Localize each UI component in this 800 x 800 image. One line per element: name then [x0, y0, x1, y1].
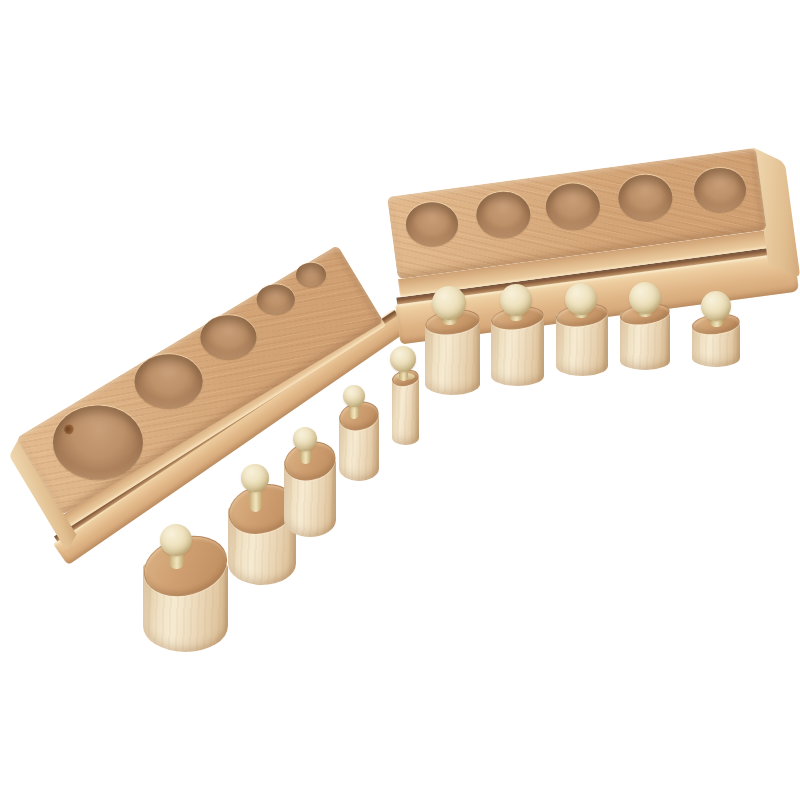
cylinder-socket-hole-1 [53, 405, 143, 479]
knob-ball [500, 284, 532, 316]
cylinder-socket-hole-3 [200, 315, 256, 359]
cylinder-socket-hole-5 [296, 263, 326, 287]
knob-ball [160, 524, 192, 556]
cylinder-socket-hole-4 [257, 284, 295, 314]
knob-ball [432, 286, 466, 320]
knob-ball [629, 282, 661, 314]
cylinder-socket-hole-5 [694, 168, 746, 212]
montessori-cylinder-blocks-photo [0, 0, 800, 800]
cylinder-socket-hole-1 [406, 202, 458, 246]
cylinder-body [392, 376, 419, 445]
knob-ball [390, 346, 416, 372]
cylinder-socket-hole-2 [135, 354, 203, 408]
knob-ball [241, 464, 269, 492]
knob-ball [293, 427, 317, 451]
cylinder-socket-hole-4 [618, 175, 672, 221]
cylinder-socket-hole-3 [546, 183, 600, 229]
knob-ball [565, 283, 597, 315]
knob-ball [343, 385, 365, 407]
cylinder-socket-hole-2 [476, 192, 530, 238]
knob-ball [701, 291, 731, 321]
socket-block-right [387, 148, 767, 279]
